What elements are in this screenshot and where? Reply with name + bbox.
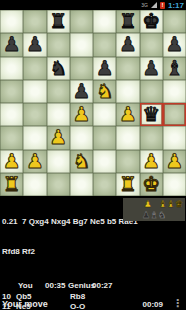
network-type-label: 3G	[141, 2, 148, 8]
black-king-g8: ♚	[140, 10, 163, 33]
white-pawn-d4: ♟	[70, 103, 93, 126]
engine-analysis-line: 0.21 7 Qxg4 Nxg4 Bg7 Ne5 b5 Rae1 Rfd8 Rf…	[2, 197, 121, 277]
square-d5[interactable]: ♟	[70, 80, 93, 103]
square-g7[interactable]	[140, 33, 163, 56]
black-clock: 00:27	[92, 281, 112, 291]
current-move-clock: 00:09	[143, 300, 163, 309]
captured-white-pieces: ♟♝♝♛	[123, 199, 185, 210]
black-pawn-d5: ♟	[70, 80, 93, 103]
captured-black-knight-icon: ♞	[158, 210, 166, 221]
square-c7[interactable]	[47, 33, 70, 56]
square-g6[interactable]: ♟	[140, 57, 163, 80]
square-b7[interactable]: ♟	[23, 33, 46, 56]
square-f6[interactable]	[116, 57, 139, 80]
captured-black-bishop-icon: ♝	[150, 210, 158, 221]
square-e1[interactable]	[93, 173, 116, 196]
white-clock: 00:35	[45, 281, 65, 291]
white-pawn-c3: ♟	[47, 126, 70, 149]
square-b3[interactable]	[23, 126, 46, 149]
square-b6[interactable]	[23, 57, 46, 80]
square-a4[interactable]	[0, 103, 23, 126]
square-d4[interactable]: ♟	[70, 103, 93, 126]
white-rook-a1: ♜	[0, 173, 23, 196]
black-pawn-g6: ♟	[140, 57, 163, 80]
square-e5[interactable]: ♞	[93, 80, 116, 103]
square-g2[interactable]: ♟	[140, 150, 163, 173]
overflow-menu-icon[interactable]: ⋮	[172, 297, 183, 310]
square-b1[interactable]	[23, 173, 46, 196]
square-e3[interactable]	[93, 126, 116, 149]
white-rook-f1: ♜	[116, 173, 139, 196]
captured-pieces-tray: ♟♝♝♛ ♟♝♞	[123, 198, 185, 221]
white-pawn-g2: ♟	[140, 150, 163, 173]
black-rook-c8: ♜	[47, 10, 70, 33]
engine-pv-line1: 0.21 7 Qxg4 Nxg4 Bg7 Ne5 b5 Rae1	[2, 217, 121, 227]
captured-white-bishop-icon: ♝	[159, 199, 167, 210]
square-h2[interactable]: ♟	[163, 150, 186, 173]
captured-black-pieces: ♟♝♞	[123, 210, 185, 221]
square-c3[interactable]: ♟	[47, 126, 70, 149]
square-a7[interactable]: ♟	[0, 33, 23, 56]
engine-pv-line2: Rfd8 Rf2	[2, 247, 121, 257]
white-pawn-b2: ♟	[23, 150, 46, 173]
square-c8[interactable]: ♜	[47, 10, 70, 33]
square-e2[interactable]	[93, 150, 116, 173]
square-c5[interactable]	[47, 80, 70, 103]
square-g3[interactable]	[140, 126, 163, 149]
white-player-label: You	[18, 281, 33, 291]
square-h1[interactable]	[163, 173, 186, 196]
square-h6[interactable]: ♝	[163, 57, 186, 80]
white-pawn-h2: ♟	[163, 150, 186, 173]
square-h8[interactable]	[163, 10, 186, 33]
black-knight-c6: ♞	[47, 57, 70, 80]
white-pawn-a2: ♟	[0, 150, 23, 173]
square-b2[interactable]: ♟	[23, 150, 46, 173]
square-f8[interactable]: ♜	[116, 10, 139, 33]
white-pawn-f4: ♟	[116, 103, 139, 126]
square-f7[interactable]: ♟	[116, 33, 139, 56]
captured-white-queen-icon: ♛	[175, 199, 183, 210]
square-a8[interactable]	[0, 10, 23, 33]
board: ♜♜♚♟♟♟♟♞♟♟♝♟♞♟♟♛♟♟♟♞♟♟♜♜♚	[0, 10, 186, 196]
square-f4[interactable]: ♟	[116, 103, 139, 126]
white-knight-d2: ♞	[70, 150, 93, 173]
square-g4[interactable]: ♛	[140, 103, 163, 126]
square-a2[interactable]: ♟	[0, 150, 23, 173]
square-f1[interactable]: ♜	[116, 173, 139, 196]
square-a5[interactable]	[0, 80, 23, 103]
white-knight-e5: ♞	[93, 80, 116, 103]
black-pawn-b7: ♟	[23, 33, 46, 56]
square-d8[interactable]	[70, 10, 93, 33]
black-rook-f8: ♜	[116, 10, 139, 33]
black-queen-g4: ♛	[140, 103, 163, 126]
square-d7[interactable]	[70, 33, 93, 56]
square-f5[interactable]	[116, 80, 139, 103]
turn-indicator-text: Your move	[2, 299, 48, 309]
black-pawn-h7: ♟	[163, 33, 186, 56]
square-a3[interactable]	[0, 126, 23, 149]
app-window: 3G ! 1:17 ♜♜♚♟♟♟♟♞♟♟♝♟♞♟♟♛♟♟♟♞♟♟♜♜♚ 0.21…	[0, 0, 186, 310]
battery-warning-icon: !	[160, 2, 165, 9]
square-e8[interactable]	[93, 10, 116, 33]
square-g8[interactable]: ♚	[140, 10, 163, 33]
square-c2[interactable]	[47, 150, 70, 173]
info-panel: 0.21 7 Qxg4 Nxg4 Bg7 Ne5 b5 Rae1 Rfd8 Rf…	[0, 197, 186, 310]
square-c6[interactable]: ♞	[47, 57, 70, 80]
square-f3[interactable]	[116, 126, 139, 149]
square-e6[interactable]: ♟	[93, 57, 116, 80]
square-e4[interactable]	[93, 103, 116, 126]
captured-black-pawn-icon: ♟	[142, 210, 150, 221]
square-e7[interactable]	[93, 33, 116, 56]
square-g1[interactable]: ♚	[140, 173, 163, 196]
black-pawn-a7: ♟	[0, 33, 23, 56]
square-h7[interactable]: ♟	[163, 33, 186, 56]
clock-header: You 00:35 Genius 00:27	[0, 281, 186, 291]
captured-white-pawn-icon: ♟	[144, 199, 152, 210]
square-d1[interactable]	[70, 173, 93, 196]
status-line: Your move 00:09 ⋮	[0, 298, 186, 310]
square-b4[interactable]	[23, 103, 46, 126]
white-king-g1: ♚	[140, 173, 163, 196]
square-h5[interactable]	[163, 80, 186, 103]
signal-strength-icon	[151, 2, 157, 8]
square-h3[interactable]	[163, 126, 186, 149]
square-d3[interactable]	[70, 126, 93, 149]
square-b5[interactable]	[23, 80, 46, 103]
black-pawn-e6: ♟	[93, 57, 116, 80]
square-d2[interactable]: ♞	[70, 150, 93, 173]
captured-white-bishop-icon: ♝	[167, 199, 175, 210]
square-d6[interactable]	[70, 57, 93, 80]
square-g5[interactable]	[140, 80, 163, 103]
square-c1[interactable]	[47, 173, 70, 196]
black-pawn-f7: ♟	[116, 33, 139, 56]
square-a6[interactable]	[0, 57, 23, 80]
square-a1[interactable]: ♜	[0, 173, 23, 196]
black-bishop-h6: ♝	[163, 57, 186, 80]
status-bar-clock: 1:17	[168, 1, 184, 10]
square-c4[interactable]	[47, 103, 70, 126]
square-h4[interactable]	[163, 103, 186, 126]
square-f2[interactable]	[116, 150, 139, 173]
square-b8[interactable]	[23, 10, 46, 33]
